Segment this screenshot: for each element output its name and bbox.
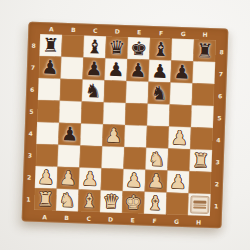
square-d3[interactable] — [101, 146, 124, 169]
file-label-bottom-a: A — [34, 210, 56, 223]
square-c5[interactable] — [81, 101, 104, 124]
square-h5[interactable] — [191, 105, 214, 128]
file-label-bottom-g: G — [165, 214, 187, 227]
rank-label-right-1: 1 — [210, 194, 223, 216]
rank-label-left-5: 5 — [25, 100, 38, 122]
rank-label-right-5: 5 — [213, 106, 226, 128]
square-b5[interactable] — [59, 101, 82, 124]
frame-corner — [216, 28, 228, 40]
piece-black-pawn: ♟ — [61, 124, 79, 144]
square-h8[interactable]: ♜ — [193, 39, 216, 62]
square-g3[interactable] — [167, 149, 190, 172]
piece-black-knight: ♞ — [84, 81, 102, 101]
square-d8[interactable]: ♛ — [105, 36, 128, 59]
square-e1[interactable]: ♚ — [122, 191, 145, 214]
square-g7[interactable]: ♟ — [171, 61, 194, 84]
rank-label-left-6: 6 — [26, 78, 39, 100]
square-e7[interactable]: ♟ — [127, 59, 150, 82]
square-f4[interactable] — [146, 126, 169, 149]
square-b6[interactable] — [60, 79, 83, 102]
board-frame: ABCDEFGH8♜♝♛♚♝♜87♟♟♟♟♟♟76♞♞6554♟♟♟43♞♜32… — [22, 22, 229, 229]
piece-black-bishop: ♝ — [86, 37, 104, 57]
square-e6[interactable] — [126, 81, 149, 104]
file-label-bottom-e: E — [122, 213, 144, 226]
piece-white-queen: ♛ — [102, 191, 120, 211]
piece-black-pawn: ♟ — [85, 59, 103, 79]
square-a6[interactable] — [38, 78, 61, 101]
piece-black-pawn: ♟ — [129, 60, 147, 80]
piece-white-knight: ♞ — [59, 190, 77, 210]
rank-label-right-3: 3 — [211, 150, 224, 172]
square-b3[interactable] — [58, 145, 81, 168]
demo-chessboard: ABCDEFGH8♜♝♛♚♝♜87♟♟♟♟♟♟76♞♞6554♟♟♟43♞♜32… — [22, 22, 229, 229]
piece-white-bishop: ♝ — [80, 191, 98, 211]
piece-black-pawn: ♟ — [41, 57, 59, 77]
piece-black-pawn: ♟ — [173, 62, 191, 82]
square-g1[interactable] — [166, 192, 189, 215]
manufacturer-stamp-logo — [190, 196, 208, 213]
piece-white-pawn: ♟ — [169, 172, 187, 192]
piece-black-pawn: ♟ — [107, 59, 125, 79]
square-d6[interactable] — [104, 80, 127, 103]
file-label-bottom-h: H — [187, 215, 209, 228]
square-h4[interactable] — [190, 127, 213, 150]
square-g2[interactable]: ♟ — [167, 171, 190, 194]
square-c7[interactable]: ♟ — [83, 58, 106, 81]
square-b1[interactable]: ♞ — [56, 189, 79, 212]
piece-black-queen: ♛ — [108, 37, 126, 57]
square-c3[interactable] — [79, 145, 102, 168]
square-c4[interactable] — [80, 123, 103, 146]
square-d2[interactable] — [101, 168, 124, 191]
square-d4[interactable]: ♟ — [102, 124, 125, 147]
square-h3[interactable]: ♜ — [189, 149, 212, 172]
square-h7[interactable] — [192, 61, 215, 84]
square-b4[interactable]: ♟ — [58, 123, 81, 146]
stamp-ornament — [193, 201, 206, 204]
rank-label-right-4: 4 — [212, 128, 225, 150]
piece-black-knight: ♞ — [150, 83, 168, 103]
rank-label-right-8: 8 — [215, 40, 228, 62]
square-f8[interactable]: ♝ — [149, 38, 172, 61]
piece-black-pawn: ♟ — [151, 61, 169, 81]
piece-white-bishop: ♝ — [146, 193, 164, 213]
rank-label-left-8: 8 — [27, 34, 40, 56]
file-label-bottom-c: C — [78, 211, 100, 224]
piece-white-pawn: ♟ — [125, 170, 143, 190]
frame-corner — [209, 216, 221, 228]
square-f5[interactable] — [147, 104, 170, 127]
rank-label-left-2: 2 — [23, 165, 36, 187]
piece-white-pawn: ♟ — [105, 125, 123, 145]
square-a8[interactable]: ♜ — [39, 34, 62, 57]
square-a2[interactable]: ♟ — [35, 166, 58, 189]
piece-white-rook: ♜ — [37, 189, 55, 209]
square-e8[interactable]: ♚ — [127, 37, 150, 60]
square-b8[interactable] — [61, 35, 84, 58]
square-g5[interactable] — [169, 105, 192, 128]
square-e4[interactable] — [124, 125, 147, 148]
square-d7[interactable]: ♟ — [105, 58, 128, 81]
rank-label-left-1: 1 — [22, 187, 35, 209]
square-c2[interactable]: ♟ — [79, 167, 102, 190]
square-a3[interactable] — [36, 144, 59, 167]
square-c8[interactable]: ♝ — [83, 36, 106, 59]
square-h6[interactable] — [192, 83, 215, 106]
piece-black-rook: ♜ — [42, 35, 60, 55]
square-e5[interactable] — [125, 103, 148, 126]
rank-label-left-4: 4 — [24, 122, 37, 144]
file-label-top-g: G — [172, 27, 194, 40]
rank-label-left-3: 3 — [24, 143, 37, 165]
rank-label-right-6: 6 — [214, 84, 227, 106]
square-f7[interactable]: ♟ — [149, 60, 172, 83]
stamp-ornament — [193, 207, 206, 209]
square-a1[interactable]: ♜ — [34, 188, 57, 211]
square-f3[interactable]: ♞ — [145, 148, 168, 171]
square-g6[interactable] — [170, 83, 193, 106]
square-a7[interactable]: ♟ — [39, 56, 62, 79]
piece-white-rook: ♜ — [192, 150, 210, 170]
square-e3[interactable] — [123, 147, 146, 170]
photo-background: ABCDEFGH8♜♝♛♚♝♜87♟♟♟♟♟♟76♞♞6554♟♟♟43♞♜32… — [0, 0, 250, 250]
file-label-bottom-d: D — [100, 212, 122, 225]
piece-white-pawn: ♟ — [147, 171, 165, 191]
piece-white-pawn: ♟ — [171, 128, 189, 148]
square-g4[interactable]: ♟ — [168, 127, 191, 150]
square-b7[interactable] — [61, 57, 84, 80]
frame-corner — [22, 209, 34, 221]
square-d5[interactable] — [103, 102, 126, 125]
file-label-top-b: B — [62, 23, 84, 36]
file-label-bottom-b: B — [56, 211, 78, 224]
square-d1[interactable]: ♛ — [100, 190, 123, 213]
rank-label-right-2: 2 — [211, 172, 224, 194]
square-g8[interactable] — [171, 39, 194, 62]
rank-label-left-7: 7 — [27, 56, 40, 78]
square-a5[interactable] — [37, 100, 60, 123]
piece-white-pawn: ♟ — [37, 167, 55, 187]
square-e2[interactable]: ♟ — [123, 169, 146, 192]
piece-white-pawn: ♟ — [81, 169, 99, 189]
piece-white-king: ♚ — [124, 192, 142, 212]
frame-corner — [28, 22, 40, 34]
piece-black-bishop: ♝ — [152, 39, 170, 59]
square-f1[interactable]: ♝ — [144, 192, 167, 215]
square-h2[interactable] — [189, 171, 212, 194]
rank-label-right-7: 7 — [214, 62, 227, 84]
square-f2[interactable]: ♟ — [145, 170, 168, 193]
square-c6[interactable]: ♞ — [82, 79, 105, 102]
square-b2[interactable]: ♟ — [57, 167, 80, 190]
square-a4[interactable] — [36, 122, 59, 145]
piece-white-pawn: ♟ — [59, 168, 77, 188]
piece-white-knight: ♞ — [148, 149, 166, 169]
piece-black-rook: ♜ — [196, 40, 214, 60]
square-f6[interactable]: ♞ — [148, 82, 171, 105]
square-h1[interactable] — [188, 193, 211, 216]
square-c1[interactable]: ♝ — [78, 189, 101, 212]
piece-black-king: ♚ — [130, 38, 148, 58]
file-label-bottom-f: F — [143, 214, 165, 227]
